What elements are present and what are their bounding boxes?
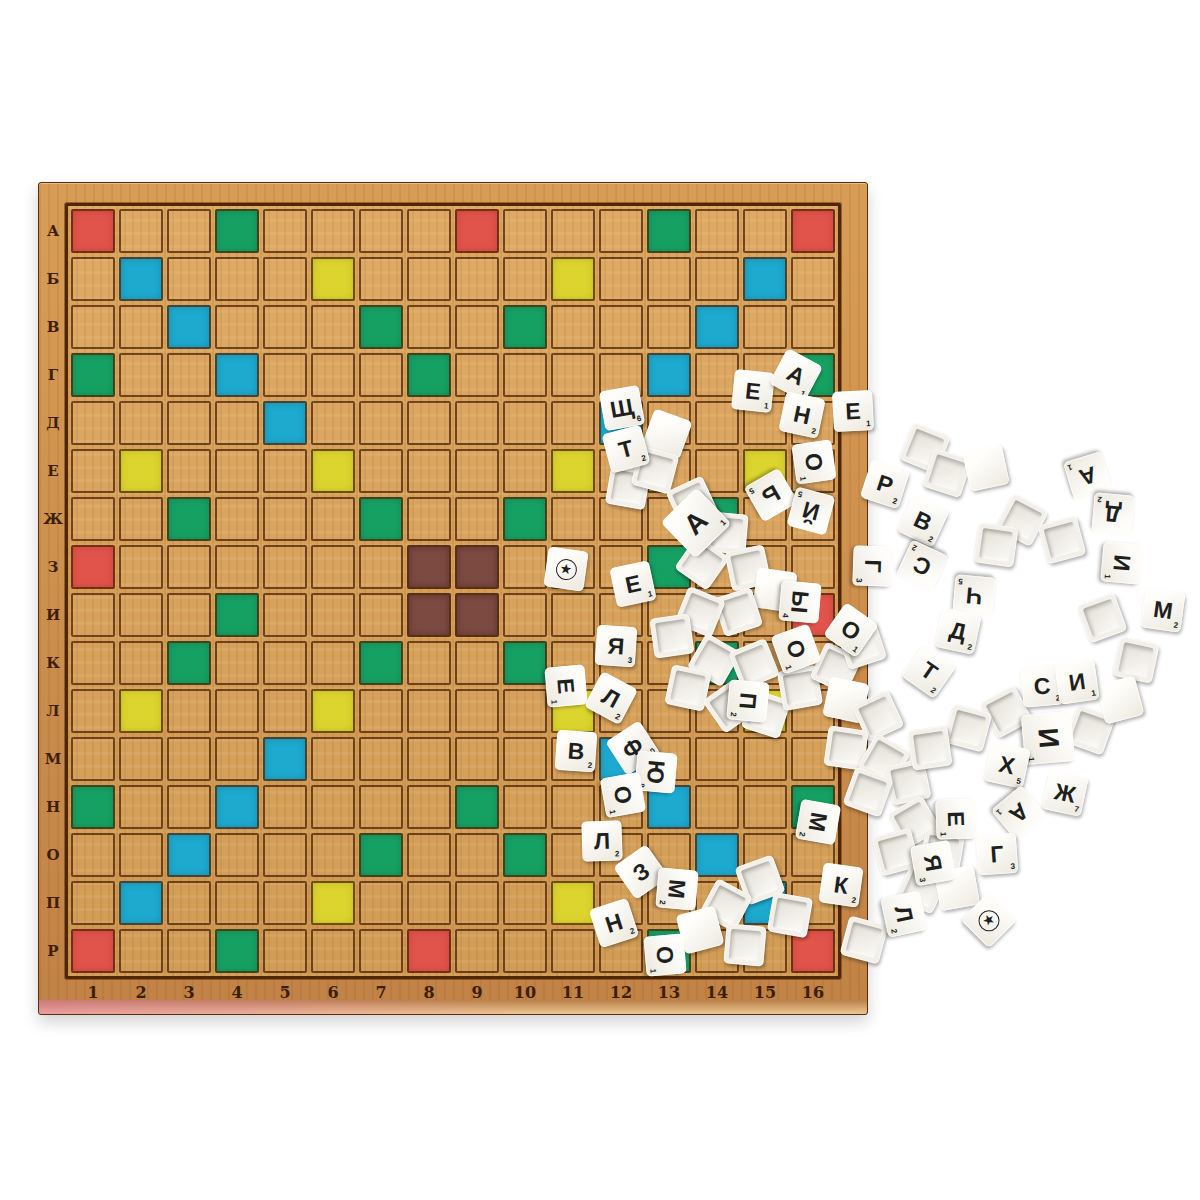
- tile-letter-glyph: Х: [997, 752, 1017, 778]
- tile-point-value: 5: [958, 577, 963, 586]
- tile-letter-glyph: О: [653, 945, 677, 965]
- tile-letter-glyph: А: [1077, 463, 1100, 490]
- tile-point-value: 5: [1016, 776, 1022, 786]
- cell-И11: [551, 593, 595, 637]
- tile-point-value: 1: [718, 518, 727, 528]
- tile-letter-glyph: И: [1110, 554, 1134, 572]
- tile-letter-Ж[interactable]: Ж7: [1041, 769, 1088, 816]
- cell-А14: [695, 209, 739, 253]
- cell-П5: [263, 881, 307, 925]
- cell-О14: [695, 833, 739, 877]
- cell-Г7: [359, 353, 403, 397]
- tile-letter-glyph: М: [805, 811, 831, 834]
- tile-point-value: 3: [627, 656, 632, 665]
- cell-Б9: [455, 257, 499, 301]
- cell-В3: [167, 305, 211, 349]
- tile-letter-И[interactable]: И1: [1100, 541, 1143, 584]
- row-label-Л: Л: [42, 689, 64, 733]
- cell-З9: [455, 545, 499, 589]
- tile-letter-glyph: Е: [944, 811, 968, 827]
- cell-Н15: [743, 785, 787, 829]
- tile-back-upside-down[interactable]: [1076, 592, 1127, 643]
- cell-М1: [71, 737, 115, 781]
- cell-В11: [551, 305, 595, 349]
- cell-Ж6: [311, 497, 355, 541]
- cell-Р6: [311, 929, 355, 973]
- cell-А10: [503, 209, 547, 253]
- cell-В5: [263, 305, 307, 349]
- tile-point-value: 1: [647, 589, 653, 599]
- cell-О1: [71, 833, 115, 877]
- tile-letter-Н[interactable]: Н2: [778, 391, 825, 438]
- tile-letter-Е[interactable]: Е1: [609, 560, 656, 607]
- row-label-О: О: [42, 833, 64, 877]
- row-label-В: В: [42, 305, 64, 349]
- tile-letter-glyph: О: [801, 452, 826, 473]
- tile-letter-glyph: И: [1067, 669, 1087, 694]
- tile-point-value: 5: [797, 489, 804, 499]
- tile-letter-О[interactable]: О1: [600, 772, 646, 818]
- row-label-К: К: [42, 641, 64, 685]
- tile-letter-М[interactable]: М2: [1140, 587, 1185, 632]
- cell-А1: [71, 209, 115, 253]
- cell-Р8: [407, 929, 451, 973]
- cell-Д8: [407, 401, 451, 445]
- cell-И9: [455, 593, 499, 637]
- tile-letter-В[interactable]: В2: [896, 494, 949, 547]
- tile-point-value: 2: [629, 926, 636, 936]
- tile-letter-Д[interactable]: Д2: [1091, 492, 1134, 535]
- cell-В2: [119, 305, 163, 349]
- tile-letter-Е[interactable]: Е1: [935, 798, 976, 839]
- cell-Р9: [455, 929, 499, 973]
- cell-Л1: [71, 689, 115, 733]
- tile-letter-glyph: П: [736, 692, 760, 710]
- cell-З2: [119, 545, 163, 589]
- cell-К7: [359, 641, 403, 685]
- tile-point-value: 2: [889, 928, 899, 934]
- cell-Л8: [407, 689, 451, 733]
- cell-Д9: [455, 401, 499, 445]
- star-icon: ★: [974, 905, 1004, 935]
- tile-point-value: 7: [1074, 804, 1080, 814]
- cell-А2: [119, 209, 163, 253]
- tile-letter-Е[interactable]: Е1: [731, 369, 775, 413]
- cell-З8: [407, 545, 451, 589]
- cell-Н3: [167, 785, 211, 829]
- cell-Г13: [647, 353, 691, 397]
- cell-Д7: [359, 401, 403, 445]
- tile-point-value: 6: [636, 414, 642, 424]
- tile-letter-Г[interactable]: Г3: [976, 833, 1019, 876]
- cell-Г2: [119, 353, 163, 397]
- cell-И3: [167, 593, 211, 637]
- cell-О5: [263, 833, 307, 877]
- tile-letter-К[interactable]: К2: [818, 862, 863, 907]
- cell-Н4: [215, 785, 259, 829]
- tile-letter-glyph: Н: [603, 909, 626, 936]
- tile-letter-Д[interactable]: Д2: [934, 607, 981, 654]
- cell-А6: [311, 209, 355, 253]
- cell-Н10: [503, 785, 547, 829]
- cell-П8: [407, 881, 451, 925]
- cell-Н2: [119, 785, 163, 829]
- cell-Ж3: [167, 497, 211, 541]
- tile-point-value: 3: [854, 578, 863, 583]
- cell-Е8: [407, 449, 451, 493]
- tile-point-value: 1: [648, 968, 657, 973]
- cell-Ж9: [455, 497, 499, 541]
- tile-point-value: 2: [797, 831, 807, 837]
- cell-Е2: [119, 449, 163, 493]
- cell-В15: [743, 305, 787, 349]
- tile-letter-М[interactable]: М2: [795, 799, 841, 845]
- tile-point-value: 1: [1066, 462, 1073, 472]
- row-label-Ж: Ж: [42, 497, 64, 541]
- cell-А5: [263, 209, 307, 253]
- cell-А16: [791, 209, 835, 253]
- cell-В13: [647, 305, 691, 349]
- tile-letter-glyph: А: [679, 506, 713, 540]
- tile-point-value: 1: [866, 419, 871, 428]
- cell-О4: [215, 833, 259, 877]
- tile-letter-О[interactable]: О1: [791, 439, 836, 484]
- tile-letter-glyph: Л: [594, 829, 611, 853]
- cell-О2: [119, 833, 163, 877]
- tile-letter-glyph: Е: [623, 571, 643, 597]
- tile-point-value: 2: [1173, 621, 1179, 631]
- tile-letter-glyph: Й: [800, 498, 822, 524]
- board-bevel-sheen: [39, 1000, 519, 1014]
- cell-Н7: [359, 785, 403, 829]
- tile-letter-Л[interactable]: Л2: [880, 890, 927, 937]
- tile-letter-glyph: Ч: [965, 584, 983, 608]
- cell-Г1: [71, 353, 115, 397]
- tile-letter-glyph: Ж: [1052, 780, 1077, 807]
- tile-point-value: 2: [910, 543, 918, 553]
- tile-letter-Ы[interactable]: Ы4: [778, 580, 821, 623]
- tile-back-upside-down[interactable]: [1112, 636, 1159, 683]
- cell-Е10: [503, 449, 547, 493]
- row-label-Д: Д: [42, 401, 64, 445]
- cell-Г5: [263, 353, 307, 397]
- cell-А15: [743, 209, 787, 253]
- cell-И8: [407, 593, 451, 637]
- tile-point-value: 1: [994, 807, 1003, 817]
- cell-О7: [359, 833, 403, 877]
- tile-point-value: 2: [811, 426, 817, 436]
- cell-М5: [263, 737, 307, 781]
- row-label-Е: Е: [42, 449, 64, 493]
- cell-И7: [359, 593, 403, 637]
- tile-point-value: 1: [607, 809, 617, 815]
- tile-point-value: 2: [615, 849, 620, 858]
- star-icon: ★: [554, 557, 578, 581]
- cell-Ж5: [263, 497, 307, 541]
- cell-Б7: [359, 257, 403, 301]
- cell-Ж7: [359, 497, 403, 541]
- cell-Н9: [455, 785, 499, 829]
- cell-Р10: [503, 929, 547, 973]
- cell-К1: [71, 641, 115, 685]
- tile-point-value: 1: [938, 832, 947, 837]
- cell-Е6: [311, 449, 355, 493]
- tile-point-value: 1: [783, 664, 793, 671]
- tile-point-value: 2: [658, 900, 667, 905]
- cell-З6: [311, 545, 355, 589]
- cell-В7: [359, 305, 403, 349]
- cell-И10: [503, 593, 547, 637]
- tile-letter-Г[interactable]: Г3: [852, 545, 893, 586]
- tile-letter-Л[interactable]: Л2: [581, 820, 622, 861]
- tile-blank-star[interactable]: ★: [543, 546, 588, 591]
- tile-letter-glyph: Д: [1104, 502, 1122, 526]
- cell-Г11: [551, 353, 595, 397]
- tile-letter-Щ[interactable]: Щ6: [599, 385, 645, 431]
- cell-Б6: [311, 257, 355, 301]
- tile-letter-glyph: З: [628, 858, 653, 885]
- cell-Г10: [503, 353, 547, 397]
- cell-А11: [551, 209, 595, 253]
- tile-letter-glyph: Д: [948, 618, 969, 644]
- cell-В9: [455, 305, 499, 349]
- tile-letter-glyph: Л: [891, 904, 917, 925]
- cell-З7: [359, 545, 403, 589]
- cell-Л4: [215, 689, 259, 733]
- cell-К10: [503, 641, 547, 685]
- tile-letter-glyph: М: [665, 878, 690, 899]
- cell-М4: [215, 737, 259, 781]
- tile-letter-glyph: Ю: [644, 759, 669, 785]
- tile-point-value: 1: [764, 401, 769, 410]
- tile-letter-Е[interactable]: Е1: [832, 390, 874, 432]
- cell-Р2: [119, 929, 163, 973]
- row-label-Г: Г: [42, 353, 64, 397]
- tile-letter-glyph: О: [837, 615, 865, 644]
- row-label-Н: Н: [42, 785, 64, 829]
- cell-А8: [407, 209, 451, 253]
- tile-point-value: 2: [891, 496, 898, 506]
- cell-Е4: [215, 449, 259, 493]
- tile-letter-glyph: Я: [607, 634, 625, 658]
- tile-point-value: 1: [851, 645, 860, 655]
- cell-М15: [743, 737, 787, 781]
- cell-Б8: [407, 257, 451, 301]
- cell-И2: [119, 593, 163, 637]
- cell-Е9: [455, 449, 499, 493]
- tile-point-value: 2: [927, 534, 935, 544]
- cell-Н1: [71, 785, 115, 829]
- scene: АБВГДЕЖЗИКЛМНОПР 12345678910111213141516…: [0, 0, 1200, 1200]
- cell-Р7: [359, 929, 403, 973]
- tile-letter-С[interactable]: С2: [895, 539, 948, 592]
- tile-letter-Е[interactable]: Е1: [544, 664, 587, 707]
- tile-letter-Т[interactable]: Т2: [901, 643, 957, 699]
- cell-З3: [167, 545, 211, 589]
- cell-К8: [407, 641, 451, 685]
- tile-back-upside-down[interactable]: [1038, 516, 1087, 565]
- cell-Б4: [215, 257, 259, 301]
- cell-И6: [311, 593, 355, 637]
- tile-letter-Х[interactable]: Х5: [983, 741, 1030, 788]
- tile-letter-glyph: Л: [598, 684, 623, 712]
- tile-letter-glyph: Е: [554, 677, 578, 694]
- tile-back-upside-down[interactable]: [767, 892, 813, 938]
- tile-letter-glyph: В: [567, 739, 585, 763]
- tile-point-value: 1: [1103, 574, 1112, 579]
- cell-Д11: [551, 401, 595, 445]
- cell-З10: [503, 545, 547, 589]
- tile-point-value: 2: [587, 761, 592, 770]
- cell-П6: [311, 881, 355, 925]
- row-label-И: И: [42, 593, 64, 637]
- cell-Б13: [647, 257, 691, 301]
- cell-О10: [503, 833, 547, 877]
- cell-А12: [599, 209, 643, 253]
- tile-point-value: 2: [1097, 495, 1102, 504]
- cell-Л9: [455, 689, 499, 733]
- tile-letter-П[interactable]: П2: [726, 679, 769, 722]
- cell-Г6: [311, 353, 355, 397]
- tile-point-value: 5: [747, 486, 755, 496]
- tile-point-value: 3: [917, 877, 927, 883]
- tile-letter-В[interactable]: В2: [555, 730, 598, 773]
- cell-Б3: [167, 257, 211, 301]
- cell-А9: [455, 209, 499, 253]
- tile-letter-А[interactable]: А1: [991, 785, 1047, 841]
- board-playfield: [65, 203, 841, 979]
- cell-А13: [647, 209, 691, 253]
- tile-letter-glyph: С: [1033, 674, 1052, 698]
- cell-Г8: [407, 353, 451, 397]
- cell-Ж8: [407, 497, 451, 541]
- tile-point-value: 1: [549, 699, 558, 704]
- tile-point-value: 2: [614, 712, 622, 722]
- tile-back-upside-down[interactable]: [973, 522, 1018, 567]
- tile-point-value: 1: [798, 476, 808, 482]
- tile-letter-glyph: Е: [744, 379, 762, 403]
- cell-П1: [71, 881, 115, 925]
- cell-Р4: [215, 929, 259, 973]
- tile-point-value: 4: [781, 613, 790, 618]
- cell-Г4: [215, 353, 259, 397]
- tile-letter-glyph: О: [610, 784, 636, 806]
- cell-Б11: [551, 257, 595, 301]
- cell-В10: [503, 305, 547, 349]
- cell-И5: [263, 593, 307, 637]
- tile-letter-glyph: Г: [861, 559, 884, 573]
- cell-П3: [167, 881, 211, 925]
- cell-В16: [791, 305, 835, 349]
- cell-В4: [215, 305, 259, 349]
- cell-М7: [359, 737, 403, 781]
- cell-Б1: [71, 257, 115, 301]
- cell-Н5: [263, 785, 307, 829]
- cell-К3: [167, 641, 211, 685]
- cell-Е3: [167, 449, 211, 493]
- tile-letter-И[interactable]: И1: [1054, 659, 1099, 704]
- tile-letter-glyph: В: [911, 507, 936, 535]
- cell-А7: [359, 209, 403, 253]
- cell-М10: [503, 737, 547, 781]
- cell-К5: [263, 641, 307, 685]
- tile-letter-glyph: М: [1152, 597, 1174, 622]
- tile-letter-glyph: Р: [874, 471, 896, 498]
- cell-Е7: [359, 449, 403, 493]
- tile-point-value: 2: [967, 642, 973, 652]
- cell-М9: [455, 737, 499, 781]
- cell-П7: [359, 881, 403, 925]
- tile-back-upside-down[interactable]: [723, 923, 766, 966]
- cell-П11: [551, 881, 595, 925]
- cell-Б16: [791, 257, 835, 301]
- row-label-Б: Б: [42, 257, 64, 301]
- cell-Ж4: [215, 497, 259, 541]
- cell-Л6: [311, 689, 355, 733]
- cell-Н6: [311, 785, 355, 829]
- cell-О8: [407, 833, 451, 877]
- cell-Р3: [167, 929, 211, 973]
- tile-back-upside-down[interactable]: [907, 725, 952, 770]
- tile-letter-glyph: Т: [616, 436, 636, 462]
- cell-К6: [311, 641, 355, 685]
- tile-letter-glyph: О: [782, 637, 810, 662]
- cell-Б10: [503, 257, 547, 301]
- cell-П9: [455, 881, 499, 925]
- tile-letter-glyph: Г: [990, 842, 1005, 866]
- tile-letter-О[interactable]: О1: [643, 933, 686, 976]
- cell-Л10: [503, 689, 547, 733]
- cell-А3: [167, 209, 211, 253]
- tile-letter-М[interactable]: М2: [655, 867, 698, 910]
- cell-М14: [695, 737, 739, 781]
- tile-back-upside-down[interactable]: [649, 613, 694, 658]
- tile-letter-Я[interactable]: Я3: [595, 625, 638, 668]
- cell-П2: [119, 881, 163, 925]
- tile-letter-glyph: Щ: [608, 395, 635, 422]
- tile-point-value: 3: [1010, 862, 1015, 871]
- cell-Л5: [263, 689, 307, 733]
- cell-К4: [215, 641, 259, 685]
- cell-Р11: [551, 929, 595, 973]
- tile-letter-Я[interactable]: Я3: [910, 840, 956, 886]
- cell-М3: [167, 737, 211, 781]
- tile-letter-glyph: И: [1033, 727, 1063, 749]
- cell-Е5: [263, 449, 307, 493]
- cell-И4: [215, 593, 259, 637]
- cell-В1: [71, 305, 115, 349]
- cell-П10: [503, 881, 547, 925]
- tile-letter-glyph: С: [910, 552, 935, 580]
- cell-К9: [455, 641, 499, 685]
- tile-point-value: 2: [640, 453, 647, 463]
- cell-О9: [455, 833, 499, 877]
- cell-В12: [599, 305, 643, 349]
- cell-Д4: [215, 401, 259, 445]
- cell-Б15: [743, 257, 787, 301]
- tile-point-value: 1: [1091, 689, 1097, 699]
- tile-letter-glyph: А: [783, 361, 808, 389]
- tile-blank-face[interactable]: [962, 444, 1009, 491]
- cell-И1: [71, 593, 115, 637]
- tile-point-value: 2: [929, 686, 938, 696]
- cell-Е11: [551, 449, 595, 493]
- cell-Ж11: [551, 497, 595, 541]
- row-label-З: З: [42, 545, 64, 589]
- cell-Д10: [503, 401, 547, 445]
- row-label-Р: Р: [42, 929, 64, 973]
- cell-З5: [263, 545, 307, 589]
